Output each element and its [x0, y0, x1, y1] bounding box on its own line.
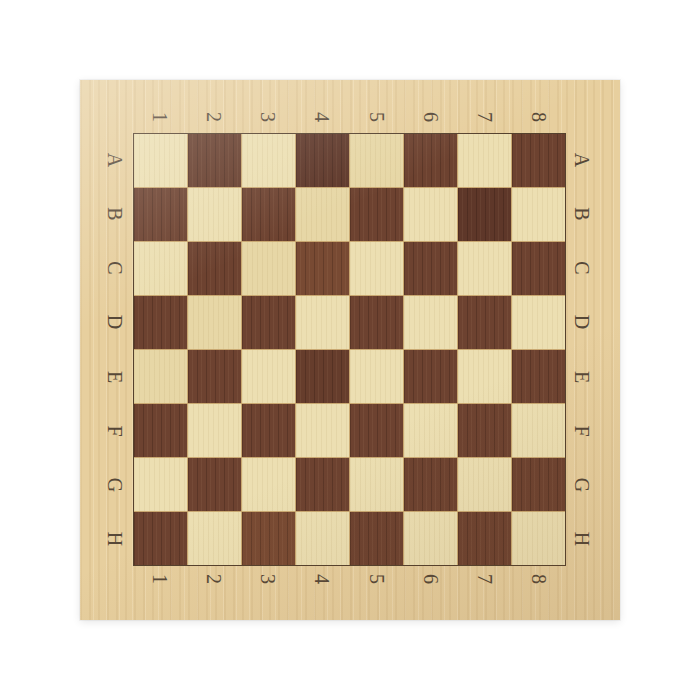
- file-label-bottom-8: 8: [528, 568, 550, 590]
- file-label-top-8: 8: [528, 106, 550, 128]
- file-label-bottom-slot: 4: [295, 566, 349, 620]
- rank-label-left-a: A: [104, 149, 126, 171]
- file-label-bottom-7: 7: [474, 568, 496, 590]
- rank-label-right-slot: B: [566, 187, 620, 241]
- file-label-bottom-6: 6: [420, 568, 442, 590]
- rank-label-left-g: G: [104, 474, 126, 496]
- rank-label-left-slot: B: [80, 187, 133, 241]
- rank-label-left-slot: H: [80, 512, 133, 566]
- square-a8[interactable]: [512, 134, 565, 187]
- square-a7[interactable]: [458, 134, 511, 187]
- rank-label-left-f: F: [104, 420, 126, 442]
- square-c4[interactable]: [296, 242, 349, 295]
- square-d4[interactable]: [296, 296, 349, 349]
- coordinate-strip-right: ABCDEFGH: [566, 133, 620, 566]
- file-label-bottom-3: 3: [257, 568, 279, 590]
- square-b2[interactable]: [188, 188, 241, 241]
- square-e1[interactable]: [134, 350, 187, 403]
- square-f8[interactable]: [512, 404, 565, 457]
- rank-label-right-slot: C: [566, 241, 620, 295]
- file-label-top-slot: 4: [295, 80, 349, 133]
- file-label-top-slot: 5: [350, 80, 404, 133]
- coordinate-strip-left: ABCDEFGH: [80, 133, 133, 566]
- rank-label-right-c: C: [571, 257, 593, 279]
- square-g5[interactable]: [350, 458, 403, 511]
- square-b8[interactable]: [512, 188, 565, 241]
- rank-label-right-a: A: [571, 149, 593, 171]
- square-c1[interactable]: [134, 242, 187, 295]
- rank-label-left-slot: D: [80, 295, 133, 349]
- square-a2[interactable]: [188, 134, 241, 187]
- file-label-bottom-slot: 8: [512, 566, 566, 620]
- square-a1[interactable]: [134, 134, 187, 187]
- square-b4[interactable]: [296, 188, 349, 241]
- rank-label-right-slot: E: [566, 350, 620, 404]
- file-label-top-slot: 6: [404, 80, 458, 133]
- file-label-bottom-slot: 3: [241, 566, 295, 620]
- rank-label-left-slot: E: [80, 350, 133, 404]
- square-h8[interactable]: [512, 512, 565, 565]
- square-g8[interactable]: [512, 458, 565, 511]
- square-g7[interactable]: [458, 458, 511, 511]
- square-c2[interactable]: [188, 242, 241, 295]
- square-g1[interactable]: [134, 458, 187, 511]
- square-c8[interactable]: [512, 242, 565, 295]
- square-d6[interactable]: [404, 296, 457, 349]
- square-d5[interactable]: [350, 296, 403, 349]
- rank-label-left-slot: G: [80, 458, 133, 512]
- rank-label-left-slot: F: [80, 404, 133, 458]
- square-f7[interactable]: [458, 404, 511, 457]
- rank-label-right-slot: H: [566, 512, 620, 566]
- file-label-bottom-5: 5: [366, 568, 388, 590]
- square-h1[interactable]: [134, 512, 187, 565]
- rank-label-right-e: E: [571, 366, 593, 388]
- square-f1[interactable]: [134, 404, 187, 457]
- file-label-top-6: 6: [420, 106, 442, 128]
- square-f4[interactable]: [296, 404, 349, 457]
- square-f2[interactable]: [188, 404, 241, 457]
- file-label-bottom-slot: 6: [404, 566, 458, 620]
- rank-label-left-h: H: [104, 528, 126, 550]
- square-h5[interactable]: [350, 512, 403, 565]
- square-b6[interactable]: [404, 188, 457, 241]
- square-g6[interactable]: [404, 458, 457, 511]
- square-c5[interactable]: [350, 242, 403, 295]
- playing-area: [133, 133, 566, 566]
- rank-label-right-d: D: [571, 311, 593, 333]
- square-c7[interactable]: [458, 242, 511, 295]
- rank-label-left-d: D: [104, 311, 126, 333]
- square-b7[interactable]: [458, 188, 511, 241]
- photo-background: 12345678 12345678 ABCDEFGH ABCDEFGH: [0, 0, 700, 700]
- file-label-bottom-4: 4: [311, 568, 333, 590]
- rank-label-right-slot: G: [566, 458, 620, 512]
- file-label-top-5: 5: [366, 106, 388, 128]
- rank-label-left-slot: C: [80, 241, 133, 295]
- file-label-top-2: 2: [203, 106, 225, 128]
- square-e6[interactable]: [404, 350, 457, 403]
- square-b3[interactable]: [242, 188, 295, 241]
- file-label-bottom-slot: 5: [350, 566, 404, 620]
- square-e8[interactable]: [512, 350, 565, 403]
- square-b1[interactable]: [134, 188, 187, 241]
- file-label-top-1: 1: [149, 106, 171, 128]
- square-f6[interactable]: [404, 404, 457, 457]
- square-e4[interactable]: [296, 350, 349, 403]
- square-e5[interactable]: [350, 350, 403, 403]
- rank-label-left-c: C: [104, 257, 126, 279]
- file-label-bottom-slot: 2: [187, 566, 241, 620]
- square-a4[interactable]: [296, 134, 349, 187]
- square-d8[interactable]: [512, 296, 565, 349]
- file-label-bottom-2: 2: [203, 568, 225, 590]
- square-a6[interactable]: [404, 134, 457, 187]
- file-label-top-slot: 3: [241, 80, 295, 133]
- square-h3[interactable]: [242, 512, 295, 565]
- coordinate-strip-top: 12345678: [133, 80, 566, 133]
- square-d7[interactable]: [458, 296, 511, 349]
- square-a3[interactable]: [242, 134, 295, 187]
- square-f3[interactable]: [242, 404, 295, 457]
- chess-board: 12345678 12345678 ABCDEFGH ABCDEFGH: [80, 80, 620, 620]
- square-f5[interactable]: [350, 404, 403, 457]
- file-label-top-slot: 2: [187, 80, 241, 133]
- rank-label-left-b: B: [104, 203, 126, 225]
- square-d2[interactable]: [188, 296, 241, 349]
- file-label-top-slot: 8: [512, 80, 566, 133]
- square-g4[interactable]: [296, 458, 349, 511]
- rank-label-right-f: F: [571, 420, 593, 442]
- square-e2[interactable]: [188, 350, 241, 403]
- square-e3[interactable]: [242, 350, 295, 403]
- rank-label-right-h: H: [571, 528, 593, 550]
- file-label-top-7: 7: [474, 106, 496, 128]
- rank-label-right-g: G: [571, 474, 593, 496]
- rank-label-left-slot: A: [80, 133, 133, 187]
- rank-label-left-e: E: [104, 366, 126, 388]
- file-label-top-slot: 7: [458, 80, 512, 133]
- file-label-bottom-slot: 7: [458, 566, 512, 620]
- square-d3[interactable]: [242, 296, 295, 349]
- square-c3[interactable]: [242, 242, 295, 295]
- rank-label-right-slot: A: [566, 133, 620, 187]
- square-h2[interactable]: [188, 512, 241, 565]
- square-b5[interactable]: [350, 188, 403, 241]
- file-label-bottom-slot: 1: [133, 566, 187, 620]
- rank-label-right-slot: F: [566, 404, 620, 458]
- rank-label-right-b: B: [571, 203, 593, 225]
- square-d1[interactable]: [134, 296, 187, 349]
- rank-label-right-slot: D: [566, 295, 620, 349]
- file-label-top-4: 4: [311, 106, 333, 128]
- square-e7[interactable]: [458, 350, 511, 403]
- square-g2[interactable]: [188, 458, 241, 511]
- file-label-top-slot: 1: [133, 80, 187, 133]
- square-c6[interactable]: [404, 242, 457, 295]
- square-h6[interactable]: [404, 512, 457, 565]
- square-a5[interactable]: [350, 134, 403, 187]
- file-label-bottom-1: 1: [149, 568, 171, 590]
- square-g3[interactable]: [242, 458, 295, 511]
- coordinate-strip-bottom: 12345678: [133, 566, 566, 620]
- square-h4[interactable]: [296, 512, 349, 565]
- file-label-top-3: 3: [257, 106, 279, 128]
- square-h7[interactable]: [458, 512, 511, 565]
